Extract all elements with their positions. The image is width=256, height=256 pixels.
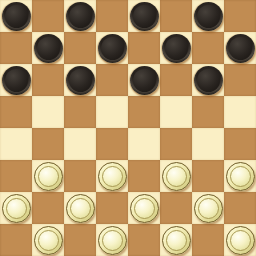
checker-piece-white-face xyxy=(166,230,187,251)
board-square[interactable] xyxy=(128,96,160,128)
board-square[interactable] xyxy=(0,128,32,160)
checker-piece-white[interactable] xyxy=(98,162,127,191)
checker-piece-black-face xyxy=(101,37,124,60)
checker-piece-black-face xyxy=(69,5,92,28)
checker-piece-black[interactable] xyxy=(162,34,191,63)
checker-piece-white[interactable] xyxy=(130,194,159,223)
checker-piece-white-face xyxy=(198,198,219,219)
checker-piece-white-face xyxy=(230,230,251,251)
board-square[interactable] xyxy=(32,0,64,32)
board-square[interactable] xyxy=(192,0,224,32)
board-square[interactable] xyxy=(128,32,160,64)
board-square[interactable] xyxy=(192,32,224,64)
checker-piece-white-face xyxy=(134,198,155,219)
checker-piece-black-face xyxy=(165,37,188,60)
board-square[interactable] xyxy=(224,192,256,224)
board-square[interactable] xyxy=(0,160,32,192)
board-square[interactable] xyxy=(224,128,256,160)
checkers-board xyxy=(0,0,256,256)
board-square[interactable] xyxy=(96,64,128,96)
checker-piece-white[interactable] xyxy=(162,226,191,255)
board-square[interactable] xyxy=(128,0,160,32)
board-square[interactable] xyxy=(192,96,224,128)
checker-piece-white[interactable] xyxy=(194,194,223,223)
board-square[interactable] xyxy=(32,32,64,64)
board-square[interactable] xyxy=(160,224,192,256)
board-square[interactable] xyxy=(64,160,96,192)
checker-piece-black[interactable] xyxy=(130,66,159,95)
checker-piece-black[interactable] xyxy=(194,66,223,95)
board-square[interactable] xyxy=(128,224,160,256)
board-square[interactable] xyxy=(96,192,128,224)
board-square[interactable] xyxy=(96,96,128,128)
board-square[interactable] xyxy=(224,64,256,96)
checker-piece-white-face xyxy=(38,166,59,187)
board-square[interactable] xyxy=(0,192,32,224)
checker-piece-white[interactable] xyxy=(226,162,255,191)
board-square[interactable] xyxy=(192,128,224,160)
board-square[interactable] xyxy=(32,160,64,192)
board-square[interactable] xyxy=(160,64,192,96)
checker-piece-black[interactable] xyxy=(2,66,31,95)
board-square[interactable] xyxy=(96,160,128,192)
board-square[interactable] xyxy=(96,0,128,32)
board-square[interactable] xyxy=(192,64,224,96)
checker-piece-white[interactable] xyxy=(226,226,255,255)
checker-piece-black[interactable] xyxy=(66,2,95,31)
checker-piece-black[interactable] xyxy=(194,2,223,31)
board-square[interactable] xyxy=(32,192,64,224)
checker-piece-black[interactable] xyxy=(66,66,95,95)
board-square[interactable] xyxy=(160,192,192,224)
checker-piece-black[interactable] xyxy=(34,34,63,63)
board-square[interactable] xyxy=(64,32,96,64)
board-square[interactable] xyxy=(96,32,128,64)
board-square[interactable] xyxy=(32,224,64,256)
board-square[interactable] xyxy=(0,96,32,128)
checker-piece-white-face xyxy=(38,230,59,251)
board-square[interactable] xyxy=(64,64,96,96)
board-square[interactable] xyxy=(0,32,32,64)
board-square[interactable] xyxy=(160,32,192,64)
board-square[interactable] xyxy=(64,224,96,256)
checker-piece-black[interactable] xyxy=(98,34,127,63)
board-square[interactable] xyxy=(32,64,64,96)
checker-piece-white-face xyxy=(230,166,251,187)
board-square[interactable] xyxy=(128,160,160,192)
board-square[interactable] xyxy=(224,32,256,64)
checker-piece-white-face xyxy=(6,198,27,219)
board-square[interactable] xyxy=(160,128,192,160)
board-square[interactable] xyxy=(32,128,64,160)
checker-piece-black-face xyxy=(133,5,156,28)
board-square[interactable] xyxy=(0,64,32,96)
board-square[interactable] xyxy=(96,128,128,160)
board-square[interactable] xyxy=(128,64,160,96)
board-square[interactable] xyxy=(64,192,96,224)
checker-piece-black-face xyxy=(229,37,252,60)
checker-piece-black-face xyxy=(69,69,92,92)
checker-piece-white[interactable] xyxy=(98,226,127,255)
checker-piece-black[interactable] xyxy=(130,2,159,31)
board-square[interactable] xyxy=(96,224,128,256)
board-square[interactable] xyxy=(160,160,192,192)
board-square[interactable] xyxy=(32,96,64,128)
board-square[interactable] xyxy=(224,0,256,32)
checker-piece-black-face xyxy=(5,5,28,28)
board-square[interactable] xyxy=(192,160,224,192)
checker-piece-white[interactable] xyxy=(162,162,191,191)
board-square[interactable] xyxy=(224,224,256,256)
board-square[interactable] xyxy=(0,0,32,32)
checker-piece-white[interactable] xyxy=(2,194,31,223)
board-square[interactable] xyxy=(224,160,256,192)
checker-piece-black[interactable] xyxy=(226,34,255,63)
board-square[interactable] xyxy=(128,192,160,224)
checker-piece-black-face xyxy=(197,5,220,28)
checker-piece-black-face xyxy=(197,69,220,92)
checker-piece-white[interactable] xyxy=(66,194,95,223)
checker-piece-black[interactable] xyxy=(2,2,31,31)
board-square[interactable] xyxy=(0,224,32,256)
checker-piece-black-face xyxy=(5,69,28,92)
checker-piece-white[interactable] xyxy=(34,162,63,191)
board-square[interactable] xyxy=(64,128,96,160)
board-square[interactable] xyxy=(128,128,160,160)
checker-piece-white-face xyxy=(166,166,187,187)
checker-piece-white-face xyxy=(102,230,123,251)
board-square[interactable] xyxy=(64,96,96,128)
checker-piece-black-face xyxy=(37,37,60,60)
board-square[interactable] xyxy=(160,96,192,128)
board-square[interactable] xyxy=(192,192,224,224)
checker-piece-white[interactable] xyxy=(34,226,63,255)
checker-piece-white-face xyxy=(102,166,123,187)
checker-piece-white-face xyxy=(70,198,91,219)
board-square[interactable] xyxy=(160,0,192,32)
checker-piece-black-face xyxy=(133,69,156,92)
board-square[interactable] xyxy=(64,0,96,32)
board-square[interactable] xyxy=(224,96,256,128)
board-square[interactable] xyxy=(192,224,224,256)
